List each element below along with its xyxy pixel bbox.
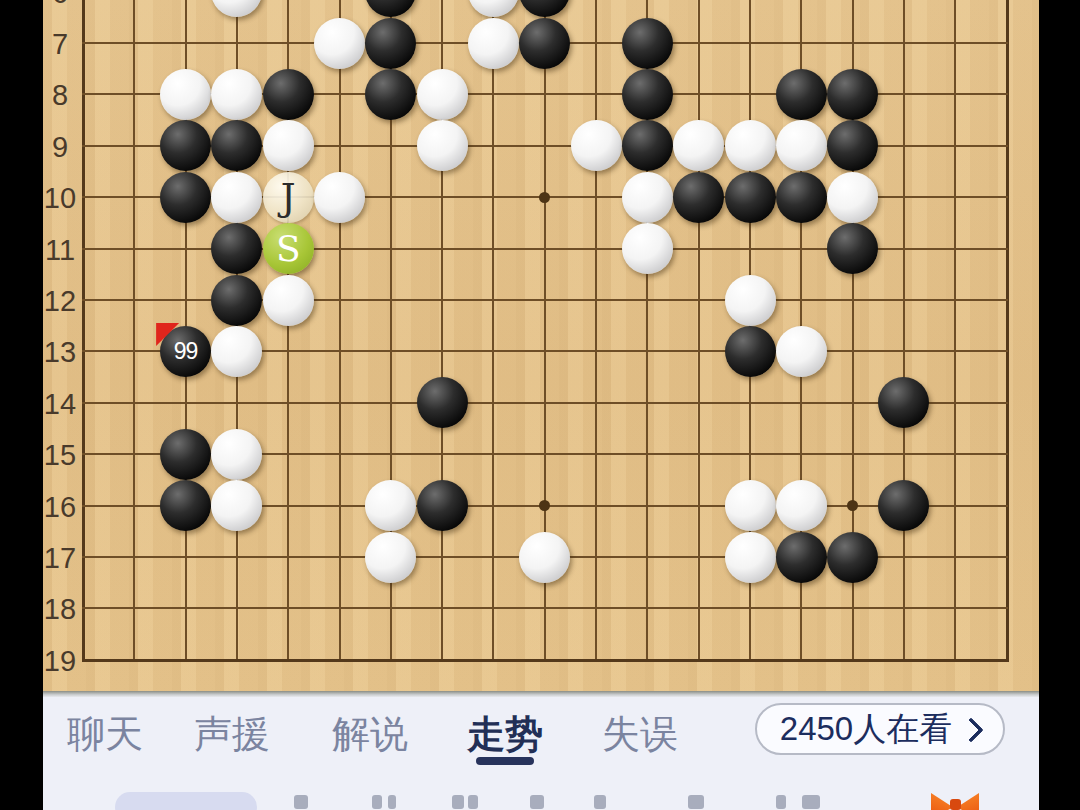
black-stone bbox=[622, 18, 673, 69]
gift-bow-icon bbox=[931, 793, 979, 810]
black-stone bbox=[725, 326, 776, 377]
row-coordinate-label: 9 bbox=[43, 131, 79, 164]
preview-stone-j: J bbox=[263, 172, 314, 223]
white-stone bbox=[211, 0, 262, 17]
white-stone bbox=[725, 480, 776, 531]
white-stone bbox=[263, 120, 314, 171]
grid-line-vertical bbox=[492, 0, 494, 662]
row-coordinate-label: 8 bbox=[43, 79, 79, 112]
white-stone bbox=[571, 120, 622, 171]
black-stone bbox=[519, 18, 570, 69]
bow-knot bbox=[950, 799, 961, 810]
white-stone bbox=[211, 326, 262, 377]
stone-letter-label: S bbox=[276, 231, 301, 267]
move-99-stone: 99 bbox=[160, 326, 211, 377]
star-point bbox=[539, 500, 550, 511]
star-point bbox=[539, 192, 550, 203]
black-stone bbox=[776, 69, 827, 120]
grid-line-vertical bbox=[698, 0, 700, 662]
black-stone bbox=[776, 172, 827, 223]
black-stone bbox=[622, 69, 673, 120]
black-stone bbox=[827, 69, 878, 120]
black-stone bbox=[365, 18, 416, 69]
black-stone bbox=[211, 223, 262, 274]
truncated-row-pill bbox=[115, 792, 257, 810]
white-stone bbox=[211, 480, 262, 531]
truncated-text bbox=[468, 795, 478, 809]
row-coordinate-label: 12 bbox=[43, 285, 79, 318]
grid-line-horizontal bbox=[82, 607, 1008, 609]
white-stone bbox=[211, 69, 262, 120]
black-stone bbox=[160, 120, 211, 171]
tab-chat[interactable]: 聊天 bbox=[67, 709, 143, 760]
black-stone bbox=[827, 120, 878, 171]
black-stone bbox=[776, 532, 827, 583]
black-stone bbox=[365, 0, 416, 17]
truncated-text bbox=[776, 795, 786, 809]
row-coordinate-label: 19 bbox=[43, 645, 79, 678]
grid-line-vertical bbox=[82, 0, 85, 662]
black-stone bbox=[622, 120, 673, 171]
white-stone bbox=[314, 18, 365, 69]
tab-cheer[interactable]: 声援 bbox=[194, 709, 270, 760]
white-stone bbox=[365, 532, 416, 583]
truncated-text bbox=[688, 795, 704, 809]
black-stone bbox=[263, 69, 314, 120]
row-coordinate-label: 7 bbox=[43, 28, 79, 61]
viewers-badge[interactable]: 2450人在看 bbox=[755, 703, 1005, 755]
row-coordinate-label: 16 bbox=[43, 491, 79, 524]
black-stone bbox=[827, 223, 878, 274]
white-stone bbox=[211, 172, 262, 223]
viewers-count-text: 2450人在看 bbox=[780, 707, 952, 752]
white-stone bbox=[622, 223, 673, 274]
grid-line-vertical bbox=[339, 0, 341, 662]
black-stone bbox=[365, 69, 416, 120]
truncated-text bbox=[372, 795, 382, 809]
grid-line-vertical bbox=[903, 0, 905, 662]
row-coordinate-label: 18 bbox=[43, 593, 79, 626]
truncated-text bbox=[294, 795, 308, 809]
truncated-text bbox=[594, 795, 606, 809]
truncated-text bbox=[802, 795, 820, 809]
go-board-area: 678910111213141516171819JS99 bbox=[43, 0, 1039, 697]
grid-line-horizontal bbox=[82, 659, 1008, 662]
black-stone bbox=[160, 172, 211, 223]
black-stone bbox=[519, 0, 570, 17]
white-stone bbox=[417, 69, 468, 120]
white-stone bbox=[673, 120, 724, 171]
black-stone bbox=[417, 377, 468, 428]
black-stone bbox=[417, 480, 468, 531]
white-stone bbox=[519, 532, 570, 583]
star-point bbox=[847, 500, 858, 511]
tab-trend[interactable]: 走势 bbox=[467, 709, 543, 760]
go-board[interactable]: 678910111213141516171819JS99 bbox=[43, 0, 1039, 691]
truncated-text bbox=[388, 795, 396, 809]
white-stone bbox=[468, 18, 519, 69]
black-stone bbox=[827, 532, 878, 583]
white-stone bbox=[263, 275, 314, 326]
row-coordinate-label: 13 bbox=[43, 336, 79, 369]
truncated-text bbox=[530, 795, 544, 809]
grid-line-horizontal bbox=[82, 402, 1008, 404]
black-stone bbox=[725, 172, 776, 223]
white-stone bbox=[725, 120, 776, 171]
chevron-right-icon bbox=[958, 717, 983, 742]
black-stone bbox=[160, 429, 211, 480]
white-stone bbox=[314, 172, 365, 223]
row-coordinate-label: 15 bbox=[43, 439, 79, 472]
stone-letter-label: J bbox=[281, 179, 296, 216]
tab-commentary[interactable]: 解说 bbox=[332, 709, 408, 760]
black-stone bbox=[160, 480, 211, 531]
white-stone bbox=[776, 480, 827, 531]
white-stone bbox=[622, 172, 673, 223]
row-coordinate-label: 14 bbox=[43, 388, 79, 421]
app-screen: 678910111213141516171819JS99 聊天 声援 解说 走势… bbox=[0, 0, 1080, 810]
row-coordinate-label: 10 bbox=[43, 182, 79, 215]
row-coordinate-label: 11 bbox=[43, 234, 79, 267]
black-stone bbox=[211, 275, 262, 326]
black-stone bbox=[673, 172, 724, 223]
active-tab-underline bbox=[476, 757, 534, 765]
row-coordinate-label: 17 bbox=[43, 542, 79, 575]
grid-line-vertical bbox=[133, 0, 135, 662]
black-stone bbox=[878, 480, 929, 531]
grid-line-vertical bbox=[595, 0, 597, 662]
highlight-stone-s: S bbox=[263, 223, 314, 274]
white-stone bbox=[827, 172, 878, 223]
truncated-text bbox=[452, 795, 464, 809]
black-stone bbox=[878, 377, 929, 428]
white-stone bbox=[725, 275, 776, 326]
white-stone bbox=[417, 120, 468, 171]
white-stone bbox=[725, 532, 776, 583]
grid-line-vertical bbox=[954, 0, 956, 662]
white-stone bbox=[160, 69, 211, 120]
tab-mistakes[interactable]: 失误 bbox=[602, 709, 678, 760]
white-stone bbox=[468, 0, 519, 17]
bottom-tab-bar: 聊天 声援 解说 走势 失误 2450人在看 bbox=[43, 697, 1039, 810]
white-stone bbox=[776, 326, 827, 377]
white-stone bbox=[211, 429, 262, 480]
row-coordinate-label: 6 bbox=[43, 0, 79, 10]
black-stone bbox=[211, 120, 262, 171]
white-stone bbox=[365, 480, 416, 531]
white-stone bbox=[776, 120, 827, 171]
grid-line-vertical bbox=[1006, 0, 1009, 662]
move-number-label: 99 bbox=[174, 338, 198, 365]
